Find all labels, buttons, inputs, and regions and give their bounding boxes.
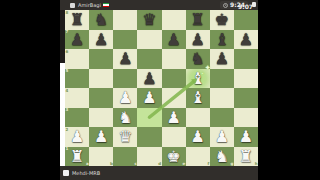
- black-king-g8: ♚: [210, 10, 234, 30]
- square-e6[interactable]: [162, 49, 186, 69]
- square-a4[interactable]: 4: [65, 88, 89, 108]
- file-label-h: h: [255, 162, 258, 166]
- last-move-to-highlight: [186, 69, 210, 89]
- black-pawn-e7: ♟: [162, 30, 186, 50]
- square-d2[interactable]: [137, 127, 161, 147]
- square-g1[interactable]: g♞: [210, 147, 234, 167]
- white-pawn-a2: ♟: [65, 127, 89, 147]
- square-h3[interactable]: [234, 108, 258, 128]
- square-f8[interactable]: ♜: [186, 10, 210, 30]
- square-d7[interactable]: [137, 30, 161, 50]
- square-e2[interactable]: [162, 127, 186, 147]
- white-pawn-b2: ♟: [89, 127, 113, 147]
- white-pawn-f2: ♟: [186, 127, 210, 147]
- bottom-player-bar: Mehdi-MRB: [60, 166, 258, 180]
- white-pawn-c4: ♟: [113, 88, 137, 108]
- square-f3[interactable]: [186, 108, 210, 128]
- rank-label-2: 2: [66, 128, 69, 132]
- square-a2[interactable]: 2♟: [65, 127, 89, 147]
- white-queen-c2: ♛: [113, 127, 137, 147]
- square-a1[interactable]: 1a♜: [65, 147, 89, 167]
- square-a6[interactable]: 6: [65, 49, 89, 69]
- avatar: [70, 3, 75, 8]
- square-g4[interactable]: [210, 88, 234, 108]
- square-h7[interactable]: ♟: [234, 30, 258, 50]
- white-pawn-d4: ♟: [137, 88, 161, 108]
- black-knight-f6: ♞: [186, 49, 210, 69]
- bottom-player-clock: 9:07: [238, 3, 253, 10]
- square-c1[interactable]: c: [113, 147, 137, 167]
- square-h6[interactable]: [234, 49, 258, 69]
- rank-label-5: 5: [66, 69, 69, 73]
- square-c2[interactable]: ♛: [113, 127, 137, 147]
- white-rook-h1: ♜: [234, 147, 258, 167]
- square-b2[interactable]: ♟: [89, 127, 113, 147]
- square-e8[interactable]: [162, 10, 186, 30]
- square-f6[interactable]: ♞: [186, 49, 210, 69]
- rank-label-7: 7: [66, 30, 69, 34]
- square-d3[interactable]: [137, 108, 161, 128]
- rank-label-4: 4: [66, 89, 69, 93]
- square-g2[interactable]: ♟: [210, 127, 234, 147]
- square-f2[interactable]: ♟: [186, 127, 210, 147]
- square-h1[interactable]: h♜: [234, 147, 258, 167]
- square-h8[interactable]: [234, 10, 258, 30]
- rank-label-6: 6: [66, 50, 69, 54]
- black-rook-a8: ♜: [65, 10, 89, 30]
- square-e3[interactable]: ♟: [162, 108, 186, 128]
- square-b6[interactable]: [89, 49, 113, 69]
- square-b4[interactable]: [89, 88, 113, 108]
- chess-board: 8♜♞♛♜♚7♟♟♟♟♝♟6♟♞♟5♟♝4♟♟♝3♞♟2♟♟♛♟♟♟1a♜bcd…: [65, 10, 258, 166]
- square-d1[interactable]: d: [137, 147, 161, 167]
- square-f7[interactable]: ♟: [186, 30, 210, 50]
- square-c5[interactable]: [113, 69, 137, 89]
- white-pawn-h2: ♟: [234, 127, 258, 147]
- square-b7[interactable]: ♟: [89, 30, 113, 50]
- square-a7[interactable]: 7♟: [65, 30, 89, 50]
- square-g8[interactable]: ♚: [210, 10, 234, 30]
- square-d8[interactable]: ♛: [137, 10, 161, 30]
- square-h2[interactable]: ♟: [234, 127, 258, 147]
- square-c8[interactable]: [113, 10, 137, 30]
- black-pawn-a7: ♟: [65, 30, 89, 50]
- square-a8[interactable]: 8♜: [65, 10, 89, 30]
- square-f1[interactable]: f: [186, 147, 210, 167]
- black-pawn-d5: ♟: [137, 69, 161, 89]
- square-b5[interactable]: [89, 69, 113, 89]
- black-rook-f8: ♜: [186, 10, 210, 30]
- black-pawn-f7: ♟: [186, 30, 210, 50]
- square-f5[interactable]: ♝: [186, 69, 210, 89]
- bottom-player-name: Mehdi-MRB: [72, 166, 100, 180]
- white-king-e1: ♚: [162, 147, 186, 167]
- rank-label-1: 1: [66, 147, 69, 151]
- square-g3[interactable]: [210, 108, 234, 128]
- square-h4[interactable]: [234, 88, 258, 108]
- square-b3[interactable]: [89, 108, 113, 128]
- square-c3[interactable]: ♞: [113, 108, 137, 128]
- black-pawn-h7: ♟: [234, 30, 258, 50]
- iran-flag-icon: [103, 3, 109, 7]
- chess-app: AmirBagi 9:24 8♜♞♛♜♚7♟♟♟♟♝♟6♟♞♟5♟♝4♟♟♝3♞…: [60, 0, 258, 180]
- black-pawn-g6: ♟: [210, 49, 234, 69]
- black-pawn-c6: ♟: [113, 49, 137, 69]
- square-g6[interactable]: ♟: [210, 49, 234, 69]
- square-d4[interactable]: ♟: [137, 88, 161, 108]
- rank-label-8: 8: [66, 11, 69, 15]
- white-bishop-f4: ♝: [186, 88, 210, 108]
- square-f4[interactable]: ♝: [186, 88, 210, 108]
- square-c7[interactable]: [113, 30, 137, 50]
- square-d5[interactable]: ♟: [137, 69, 161, 89]
- rank-label-3: 3: [66, 108, 69, 112]
- square-a3[interactable]: 3: [65, 108, 89, 128]
- black-knight-b8: ♞: [89, 10, 113, 30]
- square-c4[interactable]: ♟: [113, 88, 137, 108]
- square-h5[interactable]: [234, 69, 258, 89]
- square-e7[interactable]: ♟: [162, 30, 186, 50]
- last-move-from-highlight: [137, 108, 161, 128]
- black-queen-d8: ♛: [137, 10, 161, 30]
- white-knight-c3: ♞: [113, 108, 137, 128]
- square-c6[interactable]: ♟: [113, 49, 137, 69]
- square-b1[interactable]: b: [89, 147, 113, 167]
- square-g5[interactable]: [210, 69, 234, 89]
- square-a5[interactable]: 5: [65, 69, 89, 89]
- white-knight-g1: ♞: [210, 147, 234, 167]
- square-e5[interactable]: [162, 69, 186, 89]
- black-bishop-g7: ♝: [210, 30, 234, 50]
- black-pawn-b7: ♟: [89, 30, 113, 50]
- square-d6[interactable]: [137, 49, 161, 69]
- avatar: [63, 170, 69, 176]
- top-player-name: AmirBagi: [78, 0, 101, 10]
- video-frame: AmirBagi 9:24 8♜♞♛♜♚7♟♟♟♟♝♟6♟♞♟5♟♝4♟♟♝3♞…: [0, 0, 320, 180]
- square-b8[interactable]: ♞: [89, 10, 113, 30]
- clock-icon: [223, 3, 228, 8]
- white-pawn-g2: ♟: [210, 127, 234, 147]
- white-rook-a1: ♜: [65, 147, 89, 167]
- square-e4[interactable]: [162, 88, 186, 108]
- square-g7[interactable]: ♝: [210, 30, 234, 50]
- square-e1[interactable]: e♚: [162, 147, 186, 167]
- white-bishop-f5: ♝: [186, 69, 210, 89]
- white-pawn-e3: ♟: [162, 108, 186, 128]
